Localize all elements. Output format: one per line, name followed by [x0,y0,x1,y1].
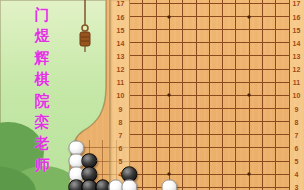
banner-character: 门 [35,4,50,25]
hanging-scroll-icon [76,0,94,58]
row-label-left: 7 [119,131,123,138]
stone-white-G3[interactable] [122,180,137,190]
banner-character: 师 [35,154,50,175]
row-label-left: 15 [117,26,125,33]
row-label-right: 7 [295,131,299,138]
grid-line [129,3,290,4]
star-point [248,94,251,97]
row-label-left: 12 [117,66,125,73]
grid-line [129,187,290,188]
banner-character: 老 [35,132,50,153]
star-point [168,15,171,18]
row-label-right: 14 [293,39,301,46]
banner-character: 辉 [35,47,50,68]
row-label-left: 17 [117,0,125,7]
row-label-right: 17 [293,0,301,7]
row-label-left: 11 [117,79,124,86]
star-point [168,173,171,176]
grid-line [129,161,290,162]
grid-line [129,174,290,175]
banner-character: 棋 [35,68,50,89]
row-label-right: 4 [295,171,299,178]
star-point [248,15,251,18]
star-point [248,173,251,176]
banner-vertical-text: 门煜辉棋院栾老师 [31,4,53,175]
grid-line [129,147,290,148]
grid-line [129,121,290,122]
row-label-left: 13 [117,52,125,59]
row-label-left: 16 [117,13,125,20]
row-label-right: 16 [293,13,301,20]
grid-line [129,82,290,83]
row-label-left: 9 [119,105,123,112]
grid-line [129,95,290,96]
row-label-right: 13 [293,52,301,59]
row-label-left: 8 [119,118,123,125]
grid-line [129,134,290,135]
row-label-right: 8 [295,118,299,125]
grid-line [129,42,290,43]
banner-character: 煜 [35,25,50,46]
row-label-right: 9 [295,105,299,112]
row-label-right: 11 [293,79,300,86]
grid-line [129,69,290,70]
grid-line [129,108,290,109]
row-label-right: 10 [293,92,301,99]
banner-character: 栾 [35,111,50,132]
row-label-right: 3 [295,184,299,190]
grid-line [129,29,290,30]
row-label-left: 5 [119,158,123,165]
grid-line [129,55,290,56]
go-app-window: 1716151413121110987654317161514131211109… [0,0,304,190]
row-label-left: 10 [117,92,125,99]
row-label-right: 12 [293,66,301,73]
row-label-right: 15 [293,26,301,33]
row-label-left: 6 [119,144,123,151]
banner-character: 院 [35,90,50,111]
row-label-left: 14 [117,39,125,46]
row-label-right: 6 [295,144,299,151]
star-point [168,94,171,97]
row-label-right: 5 [295,158,299,165]
stone-white-K3[interactable] [162,180,177,190]
grid-line [129,16,290,17]
